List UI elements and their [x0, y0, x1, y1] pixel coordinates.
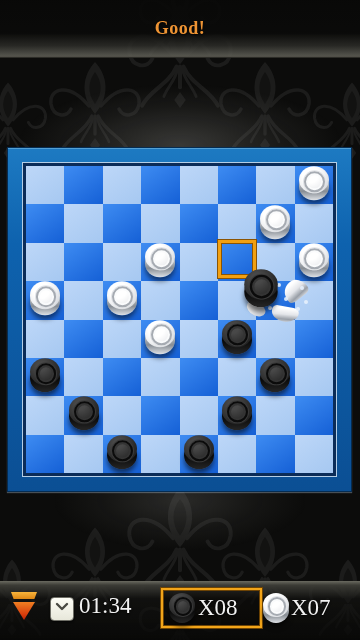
white-piece[interactable]	[299, 166, 329, 200]
black-piece[interactable]	[184, 435, 214, 469]
white-piece[interactable]	[260, 205, 290, 239]
board-pieces-layer	[26, 166, 333, 473]
black-piece[interactable]	[222, 320, 252, 354]
black-piece[interactable]	[222, 397, 252, 431]
bottom-bar: 01:34 X08 X07	[0, 581, 360, 640]
black-piece[interactable]	[245, 270, 279, 308]
game-screen: Good! 01:34 X08 X07	[0, 0, 360, 640]
black-piece[interactable]	[260, 358, 290, 392]
chevron-down-icon	[51, 598, 73, 620]
black-count-label: X08	[198, 595, 238, 621]
board-inner-frame	[22, 162, 337, 477]
white-piece[interactable]	[145, 243, 175, 277]
white-piece[interactable]	[299, 243, 329, 277]
white-piece[interactable]	[30, 282, 60, 316]
white-piece-icon	[263, 593, 289, 623]
turn-indicator-arrow	[13, 602, 35, 620]
timer: 01:34	[79, 593, 131, 619]
black-piece-icon	[169, 593, 195, 623]
white-count-label: X07	[291, 595, 331, 621]
white-piece[interactable]	[107, 282, 137, 316]
feedback-message: Good!	[0, 18, 360, 39]
collapse-button[interactable]	[50, 597, 74, 621]
top-message-bar: Good!	[0, 0, 360, 58]
turn-indicator-icon	[11, 592, 37, 623]
white-piece-counter: X07	[263, 593, 331, 623]
checkers-board	[7, 147, 352, 492]
black-piece[interactable]	[69, 397, 99, 431]
turn-indicator-bar	[11, 592, 37, 599]
black-piece[interactable]	[30, 358, 60, 392]
white-piece[interactable]	[145, 320, 175, 354]
black-piece-counter: X08	[161, 588, 262, 628]
black-piece[interactable]	[107, 435, 137, 469]
